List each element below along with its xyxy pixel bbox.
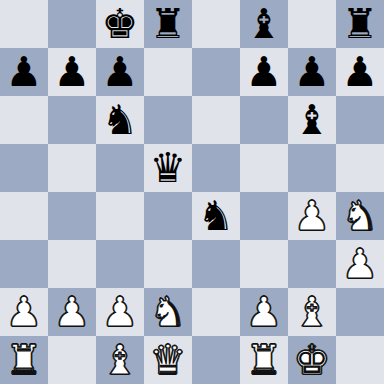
square-a4[interactable] bbox=[0, 192, 48, 240]
black-bishop-piece[interactable]: ♝ bbox=[294, 96, 331, 144]
white-pawn-piece[interactable]: ♟ bbox=[246, 288, 283, 336]
square-f6[interactable] bbox=[240, 96, 288, 144]
square-b3[interactable] bbox=[48, 240, 96, 288]
white-pawn-piece[interactable]: ♟ bbox=[6, 288, 43, 336]
square-e7[interactable] bbox=[192, 48, 240, 96]
square-b7[interactable]: ♟ bbox=[48, 48, 96, 96]
square-c2[interactable]: ♟ bbox=[96, 288, 144, 336]
square-e2[interactable] bbox=[192, 288, 240, 336]
square-a6[interactable] bbox=[0, 96, 48, 144]
square-e5[interactable] bbox=[192, 144, 240, 192]
square-f3[interactable] bbox=[240, 240, 288, 288]
square-e1[interactable] bbox=[192, 336, 240, 384]
square-f2[interactable]: ♟ bbox=[240, 288, 288, 336]
square-a5[interactable] bbox=[0, 144, 48, 192]
square-c6[interactable]: ♞ bbox=[96, 96, 144, 144]
square-d4[interactable] bbox=[144, 192, 192, 240]
square-f8[interactable]: ♝ bbox=[240, 0, 288, 48]
white-rook-piece[interactable]: ♜ bbox=[246, 336, 283, 384]
square-e3[interactable] bbox=[192, 240, 240, 288]
square-e6[interactable] bbox=[192, 96, 240, 144]
square-a3[interactable] bbox=[0, 240, 48, 288]
black-pawn-piece[interactable]: ♟ bbox=[102, 48, 139, 96]
square-g4[interactable]: ♟ bbox=[288, 192, 336, 240]
square-a1[interactable]: ♜ bbox=[0, 336, 48, 384]
black-pawn-piece[interactable]: ♟ bbox=[246, 48, 283, 96]
square-h4[interactable]: ♞ bbox=[336, 192, 384, 240]
black-bishop-piece[interactable]: ♝ bbox=[246, 0, 283, 48]
square-b1[interactable] bbox=[48, 336, 96, 384]
square-d6[interactable] bbox=[144, 96, 192, 144]
square-e4[interactable]: ♞ bbox=[192, 192, 240, 240]
square-g2[interactable]: ♝ bbox=[288, 288, 336, 336]
white-pawn-piece[interactable]: ♟ bbox=[54, 288, 91, 336]
square-b5[interactable] bbox=[48, 144, 96, 192]
square-d5[interactable]: ♛ bbox=[144, 144, 192, 192]
square-h1[interactable] bbox=[336, 336, 384, 384]
square-h6[interactable] bbox=[336, 96, 384, 144]
white-pawn-piece[interactable]: ♟ bbox=[294, 192, 331, 240]
white-pawn-piece[interactable]: ♟ bbox=[342, 240, 379, 288]
square-a2[interactable]: ♟ bbox=[0, 288, 48, 336]
square-c4[interactable] bbox=[96, 192, 144, 240]
white-knight-piece[interactable]: ♞ bbox=[150, 288, 187, 336]
square-d2[interactable]: ♞ bbox=[144, 288, 192, 336]
black-king-piece[interactable]: ♚ bbox=[102, 0, 139, 48]
square-h2[interactable] bbox=[336, 288, 384, 336]
black-pawn-piece[interactable]: ♟ bbox=[54, 48, 91, 96]
black-pawn-piece[interactable]: ♟ bbox=[6, 48, 43, 96]
square-d1[interactable]: ♛ bbox=[144, 336, 192, 384]
square-b8[interactable] bbox=[48, 0, 96, 48]
square-b4[interactable] bbox=[48, 192, 96, 240]
black-rook-piece[interactable]: ♜ bbox=[342, 0, 379, 48]
square-c1[interactable]: ♝ bbox=[96, 336, 144, 384]
white-bishop-piece[interactable]: ♝ bbox=[102, 336, 139, 384]
square-f4[interactable] bbox=[240, 192, 288, 240]
square-b6[interactable] bbox=[48, 96, 96, 144]
square-b2[interactable]: ♟ bbox=[48, 288, 96, 336]
square-c8[interactable]: ♚ bbox=[96, 0, 144, 48]
black-knight-piece[interactable]: ♞ bbox=[102, 96, 139, 144]
square-d8[interactable]: ♜ bbox=[144, 0, 192, 48]
white-queen-piece[interactable]: ♛ bbox=[150, 336, 187, 384]
square-d7[interactable] bbox=[144, 48, 192, 96]
black-pawn-piece[interactable]: ♟ bbox=[294, 48, 331, 96]
square-d3[interactable] bbox=[144, 240, 192, 288]
white-pawn-piece[interactable]: ♟ bbox=[102, 288, 139, 336]
white-king-piece[interactable]: ♚ bbox=[294, 336, 331, 384]
square-a8[interactable] bbox=[0, 0, 48, 48]
square-g7[interactable]: ♟ bbox=[288, 48, 336, 96]
square-c5[interactable] bbox=[96, 144, 144, 192]
square-f7[interactable]: ♟ bbox=[240, 48, 288, 96]
square-c3[interactable] bbox=[96, 240, 144, 288]
white-bishop-piece[interactable]: ♝ bbox=[294, 288, 331, 336]
square-c7[interactable]: ♟ bbox=[96, 48, 144, 96]
square-f1[interactable]: ♜ bbox=[240, 336, 288, 384]
square-f5[interactable] bbox=[240, 144, 288, 192]
white-rook-piece[interactable]: ♜ bbox=[6, 336, 43, 384]
square-h8[interactable]: ♜ bbox=[336, 0, 384, 48]
white-knight-piece[interactable]: ♞ bbox=[342, 192, 379, 240]
black-knight-piece[interactable]: ♞ bbox=[198, 192, 235, 240]
black-rook-piece[interactable]: ♜ bbox=[150, 0, 187, 48]
square-g6[interactable]: ♝ bbox=[288, 96, 336, 144]
black-queen-piece[interactable]: ♛ bbox=[150, 144, 187, 192]
square-h5[interactable] bbox=[336, 144, 384, 192]
square-g5[interactable] bbox=[288, 144, 336, 192]
square-h7[interactable]: ♟ bbox=[336, 48, 384, 96]
square-g1[interactable]: ♚ bbox=[288, 336, 336, 384]
black-pawn-piece[interactable]: ♟ bbox=[342, 48, 379, 96]
square-h3[interactable]: ♟ bbox=[336, 240, 384, 288]
square-g8[interactable] bbox=[288, 0, 336, 48]
square-g3[interactable] bbox=[288, 240, 336, 288]
chess-board: ♚♜♝♜♟♟♟♟♟♟♞♝♛♞♟♞♟♟♟♟♞♟♝♜♝♛♜♚ bbox=[0, 0, 384, 384]
square-a7[interactable]: ♟ bbox=[0, 48, 48, 96]
square-e8[interactable] bbox=[192, 0, 240, 48]
